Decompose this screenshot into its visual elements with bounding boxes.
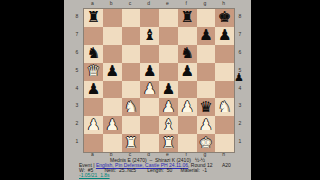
piece-black-rook[interactable]: ♜ — [87, 10, 100, 25]
square-e6[interactable] — [159, 45, 178, 63]
square-c5[interactable] — [122, 63, 141, 81]
chess-gui-stage: abcdefgh abcdefgh 87654321 87654321 ♜♜♚♝… — [64, 0, 251, 180]
square-e5[interactable] — [159, 63, 178, 81]
square-e4[interactable]: ♟ — [159, 81, 178, 99]
piece-black-pawn[interactable]: ♟ — [162, 81, 175, 96]
square-a8[interactable]: ♜ — [84, 9, 103, 27]
piece-white-pawn[interactable]: ♟ — [105, 117, 118, 132]
rank-label-1: 1 — [236, 133, 244, 151]
rank-label-1: 1 — [73, 133, 81, 151]
piece-black-pawn[interactable]: ♟ — [218, 28, 231, 43]
square-f7[interactable] — [178, 27, 197, 45]
square-e1[interactable]: ♜ — [159, 134, 178, 152]
square-a5[interactable]: ♛ — [84, 63, 103, 81]
piece-white-rook[interactable]: ♜ — [162, 135, 175, 150]
square-f3[interactable]: ♟ — [178, 98, 197, 116]
piece-white-pawn[interactable]: ♟ — [199, 117, 212, 132]
square-d1[interactable] — [140, 134, 159, 152]
square-c7[interactable] — [122, 27, 141, 45]
square-d4[interactable]: ♟ — [140, 81, 159, 99]
rank-label-6: 6 — [73, 44, 81, 62]
square-e2[interactable]: ♝ — [159, 116, 178, 134]
square-h1[interactable] — [215, 134, 234, 152]
piece-white-pawn[interactable]: ♟ — [162, 99, 175, 114]
piece-black-pawn[interactable]: ♟ — [180, 64, 193, 79]
rank-label-5: 5 — [73, 62, 81, 80]
square-d5[interactable]: ♟ — [140, 63, 159, 81]
square-h7[interactable]: ♟ — [215, 27, 234, 45]
square-b6[interactable] — [103, 45, 122, 63]
square-g5[interactable] — [197, 63, 216, 81]
piece-black-rook[interactable]: ♜ — [180, 10, 193, 25]
rank-label-7: 7 — [236, 26, 244, 44]
piece-black-pawn[interactable]: ♟ — [199, 28, 212, 43]
square-g2[interactable]: ♟ — [197, 116, 216, 134]
file-labels-top: abcdefgh — [83, 1, 233, 7]
square-c1[interactable]: ♜ — [122, 134, 141, 152]
square-c4[interactable] — [122, 81, 141, 99]
rank-label-4: 4 — [73, 80, 81, 98]
piece-black-knight[interactable]: ♞ — [180, 46, 193, 61]
piece-white-rook[interactable]: ♜ — [124, 135, 137, 150]
square-d7[interactable]: ♝ — [140, 27, 159, 45]
square-c6[interactable] — [122, 45, 141, 63]
rank-label-3: 3 — [73, 97, 81, 115]
square-b5[interactable]: ♟ — [103, 63, 122, 81]
square-c8[interactable] — [122, 9, 141, 27]
rank-label-2: 2 — [73, 115, 81, 133]
file-label-h: h — [214, 1, 233, 6]
rank-label-2: 2 — [236, 115, 244, 133]
engine-eval[interactable]: -1.05/21 1.8s — [79, 173, 110, 178]
file-label-a: a — [83, 1, 102, 6]
square-b2[interactable]: ♟ — [103, 116, 122, 134]
square-c3[interactable]: ♞ — [122, 98, 141, 116]
chess-board: ♜♜♚♝♟♟♞♞♛♟♟♟♟♟♟♞♟♟♛♞♟♟♝♟♜♜♚ — [83, 8, 235, 153]
square-a3[interactable] — [84, 98, 103, 116]
square-f1[interactable] — [178, 134, 197, 152]
square-b7[interactable] — [103, 27, 122, 45]
square-d6[interactable] — [140, 45, 159, 63]
square-a4[interactable]: ♟ — [84, 81, 103, 99]
piece-white-king[interactable]: ♚ — [199, 135, 212, 150]
square-b8[interactable] — [103, 9, 122, 27]
square-f4[interactable] — [178, 81, 197, 99]
piece-black-pawn[interactable]: ♟ — [87, 81, 100, 96]
square-f6[interactable]: ♞ — [178, 45, 197, 63]
piece-white-pawn[interactable]: ♟ — [87, 117, 100, 132]
square-b4[interactable] — [103, 81, 122, 99]
piece-white-knight[interactable]: ♞ — [124, 99, 137, 114]
square-b3[interactable] — [103, 98, 122, 116]
square-h6[interactable] — [215, 45, 234, 63]
piece-black-king[interactable]: ♚ — [218, 10, 231, 25]
square-g4[interactable] — [197, 81, 216, 99]
rank-labels-left: 87654321 — [73, 8, 81, 151]
file-label-b: b — [102, 1, 121, 6]
square-f5[interactable]: ♟ — [178, 63, 197, 81]
square-a6[interactable]: ♞ — [84, 45, 103, 63]
eco-code: A20 — [222, 163, 231, 168]
square-h4[interactable] — [215, 81, 234, 99]
piece-black-bishop[interactable]: ♝ — [143, 28, 156, 43]
square-a7[interactable] — [84, 27, 103, 45]
square-h2[interactable] — [215, 116, 234, 134]
black-pawn-icon: ♟ — [234, 72, 244, 83]
square-f2[interactable] — [178, 116, 197, 134]
piece-black-queen[interactable]: ♛ — [199, 99, 212, 114]
file-label-e: e — [158, 1, 177, 6]
file-label-d: d — [139, 1, 158, 6]
file-label-g: g — [196, 1, 215, 6]
square-h3[interactable]: ♞ — [215, 98, 234, 116]
square-d8[interactable] — [140, 9, 159, 27]
square-e7[interactable] — [159, 27, 178, 45]
piece-white-queen[interactable]: ♛ — [87, 64, 100, 79]
square-e3[interactable]: ♟ — [159, 98, 178, 116]
piece-black-knight[interactable]: ♞ — [87, 46, 100, 61]
rank-label-7: 7 — [73, 26, 81, 44]
rank-label-6: 6 — [236, 44, 244, 62]
square-e8[interactable] — [159, 9, 178, 27]
piece-white-pawn[interactable]: ♟ — [143, 81, 156, 96]
square-g3[interactable]: ♛ — [197, 98, 216, 116]
file-label-f: f — [177, 1, 196, 6]
piece-black-pawn[interactable]: ♟ — [143, 64, 156, 79]
piece-white-knight[interactable]: ♞ — [218, 99, 231, 114]
square-d3[interactable] — [140, 98, 159, 116]
rank-label-8: 8 — [73, 8, 81, 26]
square-h8[interactable]: ♚ — [215, 9, 234, 27]
piece-white-pawn[interactable]: ♟ — [180, 99, 193, 114]
square-a1[interactable] — [84, 134, 103, 152]
piece-black-pawn[interactable]: ♟ — [105, 64, 118, 79]
square-f8[interactable]: ♜ — [178, 9, 197, 27]
square-b1[interactable] — [103, 134, 122, 152]
letterbox-left — [0, 0, 64, 180]
square-h5[interactable] — [215, 63, 234, 81]
square-g7[interactable]: ♟ — [197, 27, 216, 45]
letterbox-right — [251, 0, 320, 180]
piece-white-bishop[interactable]: ♝ — [162, 117, 175, 132]
rank-label-8: 8 — [236, 8, 244, 26]
square-g8[interactable] — [197, 9, 216, 27]
square-g6[interactable] — [197, 45, 216, 63]
square-g1[interactable]: ♚ — [197, 134, 216, 152]
file-label-c: c — [121, 1, 140, 6]
square-c2[interactable] — [122, 116, 141, 134]
square-a2[interactable]: ♟ — [84, 116, 103, 134]
rank-label-3: 3 — [236, 97, 244, 115]
square-d2[interactable] — [140, 116, 159, 134]
